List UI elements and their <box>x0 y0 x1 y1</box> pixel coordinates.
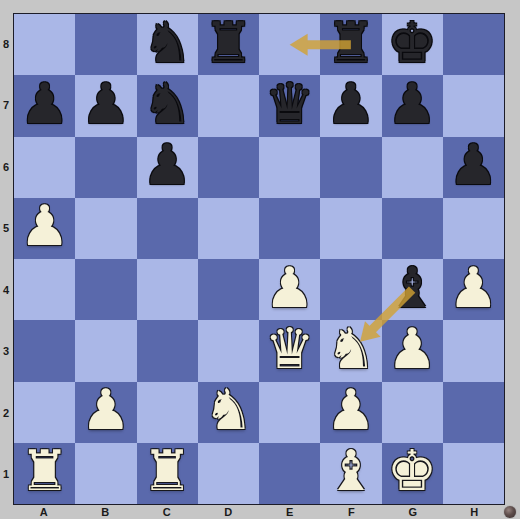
square-a3[interactable] <box>14 320 75 381</box>
piece-white-knight-f3[interactable]: ♞ <box>326 321 376 377</box>
square-h4[interactable]: ♟ <box>443 259 504 320</box>
square-c1[interactable]: ♜ <box>137 443 198 504</box>
square-g4[interactable]: ♝ <box>382 259 443 320</box>
square-h1[interactable] <box>443 443 504 504</box>
piece-white-pawn-h4[interactable]: ♟ <box>448 260 498 316</box>
rank-label-6: 6 <box>0 136 12 198</box>
square-c8[interactable]: ♞ <box>137 14 198 75</box>
file-label-e: E <box>259 505 321 519</box>
square-c3[interactable] <box>137 320 198 381</box>
piece-white-pawn-a5[interactable]: ♟ <box>20 198 70 254</box>
square-a2[interactable] <box>14 382 75 443</box>
square-f2[interactable]: ♟ <box>320 382 381 443</box>
square-b1[interactable] <box>75 443 136 504</box>
square-b8[interactable] <box>75 14 136 75</box>
piece-white-bishop-f1[interactable]: ♝ <box>326 443 376 499</box>
file-label-f: F <box>321 505 383 519</box>
piece-black-knight-c7[interactable]: ♞ <box>142 76 192 132</box>
square-f3[interactable]: ♞ <box>320 320 381 381</box>
square-e7[interactable]: ♛ <box>259 75 320 136</box>
piece-black-bishop-g4[interactable]: ♝ <box>387 260 437 316</box>
square-d5[interactable] <box>198 198 259 259</box>
square-h5[interactable] <box>443 198 504 259</box>
square-e5[interactable] <box>259 198 320 259</box>
square-b6[interactable] <box>75 137 136 198</box>
piece-black-pawn-h6[interactable]: ♟ <box>448 137 498 193</box>
side-to-move-indicator <box>504 506 516 518</box>
file-label-h: H <box>444 505 506 519</box>
square-g5[interactable] <box>382 198 443 259</box>
square-b4[interactable] <box>75 259 136 320</box>
square-h6[interactable]: ♟ <box>443 137 504 198</box>
square-d2[interactable]: ♞ <box>198 382 259 443</box>
square-c2[interactable] <box>137 382 198 443</box>
square-d1[interactable] <box>198 443 259 504</box>
rank-label-8: 8 <box>0 13 12 75</box>
square-f7[interactable]: ♟ <box>320 75 381 136</box>
piece-black-king-g8[interactable]: ♚ <box>387 15 437 71</box>
square-a6[interactable] <box>14 137 75 198</box>
chess-board: ♞♜♜♚♟♟♞♛♟♟♟♟♟♟♝♟♛♞♟♟♞♟♜♜♝♚ <box>13 13 505 505</box>
square-e6[interactable] <box>259 137 320 198</box>
square-c7[interactable]: ♞ <box>137 75 198 136</box>
square-b7[interactable]: ♟ <box>75 75 136 136</box>
square-e1[interactable] <box>259 443 320 504</box>
rank-label-4: 4 <box>0 259 12 321</box>
piece-white-pawn-g3[interactable]: ♟ <box>387 321 437 377</box>
file-label-g: G <box>382 505 444 519</box>
piece-black-pawn-b7[interactable]: ♟ <box>81 76 131 132</box>
square-h3[interactable] <box>443 320 504 381</box>
piece-black-pawn-f7[interactable]: ♟ <box>326 76 376 132</box>
chess-app-window: ♞♜♜♚♟♟♞♛♟♟♟♟♟♟♝♟♛♞♟♟♞♟♜♜♝♚ 87654321ABCDE… <box>0 0 520 519</box>
square-c5[interactable] <box>137 198 198 259</box>
square-a8[interactable] <box>14 14 75 75</box>
file-label-a: A <box>13 505 75 519</box>
square-a1[interactable]: ♜ <box>14 443 75 504</box>
rank-label-3: 3 <box>0 321 12 383</box>
rank-label-5: 5 <box>0 198 12 260</box>
file-label-b: B <box>75 505 137 519</box>
square-g6[interactable] <box>382 137 443 198</box>
square-e4[interactable]: ♟ <box>259 259 320 320</box>
rank-label-1: 1 <box>0 444 12 506</box>
square-e8[interactable] <box>259 14 320 75</box>
piece-white-rook-a1[interactable]: ♜ <box>20 443 70 499</box>
piece-white-pawn-e4[interactable]: ♟ <box>265 260 315 316</box>
square-g7[interactable]: ♟ <box>382 75 443 136</box>
piece-black-pawn-c6[interactable]: ♟ <box>142 137 192 193</box>
piece-white-pawn-b2[interactable]: ♟ <box>81 382 131 438</box>
piece-black-pawn-g7[interactable]: ♟ <box>387 76 437 132</box>
square-a5[interactable]: ♟ <box>14 198 75 259</box>
rank-label-7: 7 <box>0 75 12 137</box>
piece-black-pawn-a7[interactable]: ♟ <box>20 76 70 132</box>
piece-white-knight-d2[interactable]: ♞ <box>203 382 253 438</box>
square-d4[interactable] <box>198 259 259 320</box>
file-label-d: D <box>198 505 260 519</box>
square-c6[interactable]: ♟ <box>137 137 198 198</box>
file-label-c: C <box>136 505 198 519</box>
square-d6[interactable] <box>198 137 259 198</box>
square-d3[interactable] <box>198 320 259 381</box>
piece-white-queen-e3[interactable]: ♛ <box>265 321 315 377</box>
square-a4[interactable] <box>14 259 75 320</box>
piece-black-knight-c8[interactable]: ♞ <box>142 15 192 71</box>
square-f4[interactable] <box>320 259 381 320</box>
square-b5[interactable] <box>75 198 136 259</box>
piece-black-rook-f8[interactable]: ♜ <box>326 15 376 71</box>
square-h7[interactable] <box>443 75 504 136</box>
square-e2[interactable] <box>259 382 320 443</box>
square-f5[interactable] <box>320 198 381 259</box>
square-g8[interactable]: ♚ <box>382 14 443 75</box>
square-g1[interactable]: ♚ <box>382 443 443 504</box>
piece-white-pawn-f2[interactable]: ♟ <box>326 382 376 438</box>
square-f6[interactable] <box>320 137 381 198</box>
rank-label-2: 2 <box>0 382 12 444</box>
square-e3[interactable]: ♛ <box>259 320 320 381</box>
piece-white-rook-c1[interactable]: ♜ <box>142 443 192 499</box>
square-g3[interactable]: ♟ <box>382 320 443 381</box>
square-c4[interactable] <box>137 259 198 320</box>
square-b3[interactable] <box>75 320 136 381</box>
square-h2[interactable] <box>443 382 504 443</box>
square-d8[interactable]: ♜ <box>198 14 259 75</box>
piece-white-king-g1[interactable]: ♚ <box>387 443 437 499</box>
piece-black-rook-d8[interactable]: ♜ <box>203 15 253 71</box>
piece-black-queen-e7[interactable]: ♛ <box>265 76 315 132</box>
square-a7[interactable]: ♟ <box>14 75 75 136</box>
square-d7[interactable] <box>198 75 259 136</box>
square-h8[interactable] <box>443 14 504 75</box>
square-b2[interactable]: ♟ <box>75 382 136 443</box>
square-f8[interactable]: ♜ <box>320 14 381 75</box>
square-g2[interactable] <box>382 382 443 443</box>
square-f1[interactable]: ♝ <box>320 443 381 504</box>
